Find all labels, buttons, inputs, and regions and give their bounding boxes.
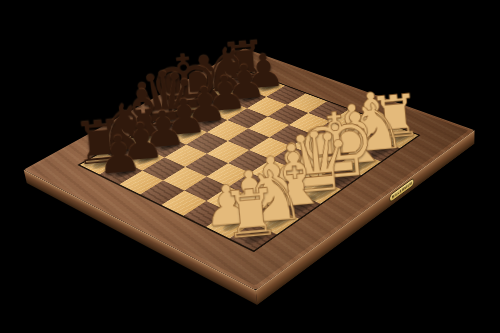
chess-board: MILLENNIUM ♜♞♝♛♚♝♞♜♟♟♟♟♟♟♟♟♟♟♟♟♟♟♟♟♜♞♝♛♚…: [24, 48, 475, 290]
square-c3: [229, 173, 273, 197]
photo-background: MILLENNIUM ♜♞♝♛♚♝♞♜♟♟♟♟♟♟♟♟♟♟♟♟♟♟♟♟♜♞♝♛♚…: [0, 0, 500, 333]
scene: MILLENNIUM ♜♞♝♛♚♝♞♜♟♟♟♟♟♟♟♟♟♟♟♟♟♟♟♟♜♞♝♛♚…: [0, 0, 500, 333]
square-c4: [207, 163, 251, 187]
